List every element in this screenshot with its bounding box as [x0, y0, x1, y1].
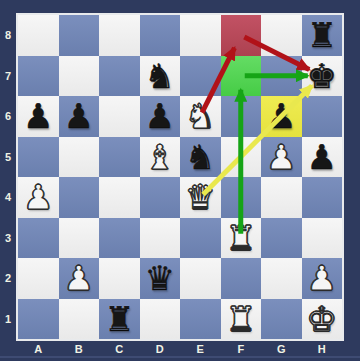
- square-c8[interactable]: [99, 15, 140, 56]
- black-pawn[interactable]: ♟: [307, 137, 337, 178]
- square-d3[interactable]: [140, 218, 181, 259]
- board-border: ♜♞♚♟♟♟♞♟♝♞♟♟♟♛♜♟♛♟♜♜♚: [16, 13, 344, 341]
- black-pawn[interactable]: ♟: [266, 96, 296, 137]
- board-frame: 87654321 ♜♞♚♟♟♟♞♟♝♞♟♟♟♛♜♟♛♟♜♜♚ ABCDEFGH: [0, 0, 360, 361]
- white-pawn[interactable]: ♟: [266, 137, 296, 178]
- square-e7[interactable]: [180, 56, 221, 97]
- square-d2[interactable]: ♛: [140, 258, 181, 299]
- square-h4[interactable]: [302, 177, 343, 218]
- square-a3[interactable]: [18, 218, 59, 259]
- square-c4[interactable]: [99, 177, 140, 218]
- square-d4[interactable]: [140, 177, 181, 218]
- square-f8[interactable]: [221, 15, 262, 56]
- black-queen[interactable]: ♛: [145, 258, 175, 299]
- file-label-h: H: [302, 341, 343, 359]
- square-e4[interactable]: ♛: [180, 177, 221, 218]
- white-pawn[interactable]: ♟: [307, 258, 337, 299]
- square-h3[interactable]: [302, 218, 343, 259]
- file-label-e: E: [180, 341, 221, 359]
- black-pawn[interactable]: ♟: [145, 96, 175, 137]
- square-h6[interactable]: [302, 96, 343, 137]
- square-c1[interactable]: ♜: [99, 299, 140, 340]
- square-b4[interactable]: [59, 177, 100, 218]
- square-b8[interactable]: [59, 15, 100, 56]
- square-g3[interactable]: [261, 218, 302, 259]
- white-queen[interactable]: ♛: [185, 177, 215, 218]
- square-f5[interactable]: [221, 137, 262, 178]
- file-label-g: G: [261, 341, 302, 359]
- square-f1[interactable]: ♜: [221, 299, 262, 340]
- white-king[interactable]: ♚: [307, 299, 337, 340]
- square-b1[interactable]: [59, 299, 100, 340]
- square-a5[interactable]: [18, 137, 59, 178]
- square-f3[interactable]: ♜: [221, 218, 262, 259]
- square-e1[interactable]: [180, 299, 221, 340]
- square-a8[interactable]: [18, 15, 59, 56]
- square-h7[interactable]: ♚: [302, 56, 343, 97]
- file-label-a: A: [18, 341, 59, 359]
- square-c2[interactable]: [99, 258, 140, 299]
- square-h2[interactable]: ♟: [302, 258, 343, 299]
- rank-label-6: 6: [0, 96, 16, 137]
- square-g8[interactable]: [261, 15, 302, 56]
- square-f4[interactable]: [221, 177, 262, 218]
- square-d1[interactable]: [140, 299, 181, 340]
- square-a6[interactable]: ♟: [18, 96, 59, 137]
- square-g1[interactable]: [261, 299, 302, 340]
- rank-label-3: 3: [0, 218, 16, 259]
- rank-labels: 87654321: [0, 15, 16, 339]
- white-knight[interactable]: ♞: [185, 96, 215, 137]
- square-a1[interactable]: [18, 299, 59, 340]
- square-h1[interactable]: ♚: [302, 299, 343, 340]
- square-g2[interactable]: [261, 258, 302, 299]
- rank-label-7: 7: [0, 56, 16, 97]
- white-pawn[interactable]: ♟: [23, 177, 53, 218]
- square-b6[interactable]: ♟: [59, 96, 100, 137]
- black-pawn[interactable]: ♟: [64, 96, 94, 137]
- square-c5[interactable]: [99, 137, 140, 178]
- square-c6[interactable]: [99, 96, 140, 137]
- square-f2[interactable]: [221, 258, 262, 299]
- rank-label-1: 1: [0, 299, 16, 340]
- square-e2[interactable]: [180, 258, 221, 299]
- square-f6[interactable]: [221, 96, 262, 137]
- rank-label-2: 2: [0, 258, 16, 299]
- square-d7[interactable]: ♞: [140, 56, 181, 97]
- black-knight[interactable]: ♞: [145, 56, 175, 97]
- square-d8[interactable]: [140, 15, 181, 56]
- white-rook[interactable]: ♜: [226, 218, 256, 259]
- square-c7[interactable]: [99, 56, 140, 97]
- square-a2[interactable]: [18, 258, 59, 299]
- square-e3[interactable]: [180, 218, 221, 259]
- square-g5[interactable]: ♟: [261, 137, 302, 178]
- black-rook[interactable]: ♜: [307, 15, 337, 56]
- square-c3[interactable]: [99, 218, 140, 259]
- chess-board: ♜♞♚♟♟♟♞♟♝♞♟♟♟♛♜♟♛♟♜♜♚: [18, 15, 342, 339]
- square-e8[interactable]: [180, 15, 221, 56]
- square-b2[interactable]: ♟: [59, 258, 100, 299]
- file-label-f: F: [221, 341, 262, 359]
- square-b5[interactable]: [59, 137, 100, 178]
- square-e5[interactable]: ♞: [180, 137, 221, 178]
- square-h8[interactable]: ♜: [302, 15, 343, 56]
- black-knight[interactable]: ♞: [185, 137, 215, 178]
- file-label-b: B: [59, 341, 100, 359]
- square-f7[interactable]: [221, 56, 262, 97]
- black-pawn[interactable]: ♟: [23, 96, 53, 137]
- rank-label-4: 4: [0, 177, 16, 218]
- white-bishop[interactable]: ♝: [145, 137, 175, 178]
- square-g6[interactable]: ♟: [261, 96, 302, 137]
- square-e6[interactable]: ♞: [180, 96, 221, 137]
- square-b3[interactable]: [59, 218, 100, 259]
- square-a7[interactable]: [18, 56, 59, 97]
- square-b7[interactable]: [59, 56, 100, 97]
- square-g4[interactable]: [261, 177, 302, 218]
- square-d6[interactable]: ♟: [140, 96, 181, 137]
- square-h5[interactable]: ♟: [302, 137, 343, 178]
- rank-label-8: 8: [0, 15, 16, 56]
- black-king[interactable]: ♚: [307, 56, 337, 97]
- rank-label-5: 5: [0, 137, 16, 178]
- file-labels: ABCDEFGH: [18, 341, 342, 359]
- square-g7[interactable]: [261, 56, 302, 97]
- square-d5[interactable]: ♝: [140, 137, 181, 178]
- file-label-d: D: [140, 341, 181, 359]
- square-a4[interactable]: ♟: [18, 177, 59, 218]
- white-pawn[interactable]: ♟: [64, 258, 94, 299]
- white-rook[interactable]: ♜: [226, 299, 256, 340]
- black-rook[interactable]: ♜: [104, 299, 134, 340]
- file-label-c: C: [99, 341, 140, 359]
